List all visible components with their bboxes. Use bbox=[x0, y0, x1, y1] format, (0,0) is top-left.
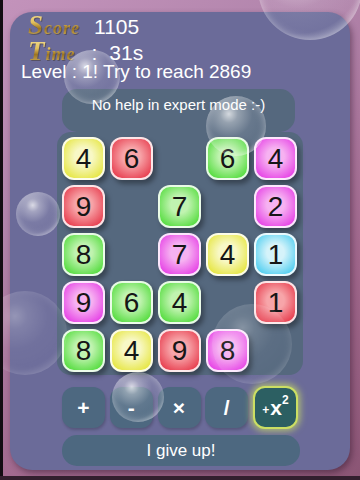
game-screen: Score 1105 Time : 31s Level : 1! Try to … bbox=[0, 0, 360, 480]
square-plus-sign: + bbox=[262, 403, 269, 417]
tile-green-4[interactable]: 4 bbox=[158, 281, 201, 324]
give-up-label: I give up! bbox=[147, 441, 216, 461]
multiply-operator-button[interactable]: × bbox=[158, 387, 201, 428]
tile-green-6[interactable]: 6 bbox=[110, 281, 153, 324]
tile-yellow-4[interactable]: 4 bbox=[206, 233, 249, 276]
tile-cyan-1[interactable]: 1 bbox=[254, 233, 297, 276]
divide-icon: / bbox=[224, 396, 230, 420]
plus-operator-button[interactable]: + bbox=[62, 387, 105, 428]
screen-bottom-edge bbox=[0, 476, 360, 480]
divide-operator-button[interactable]: / bbox=[205, 387, 248, 428]
multiply-icon: × bbox=[173, 396, 185, 420]
tile-green-8[interactable]: 8 bbox=[62, 233, 105, 276]
tile-green-8[interactable]: 8 bbox=[62, 329, 105, 372]
operator-row: + - × / +x2 bbox=[57, 385, 303, 430]
tile-red-9[interactable]: 9 bbox=[158, 329, 201, 372]
tile-magenta-2[interactable]: 2 bbox=[254, 185, 297, 228]
minus-icon: - bbox=[128, 396, 135, 420]
tile-red-9[interactable]: 9 bbox=[62, 185, 105, 228]
plus-icon: + bbox=[77, 396, 89, 420]
tile-magenta-4[interactable]: 4 bbox=[254, 137, 297, 180]
tile-magenta-9[interactable]: 9 bbox=[62, 281, 105, 324]
tile-magenta-8[interactable]: 8 bbox=[206, 329, 249, 372]
square-base: x bbox=[270, 396, 282, 420]
tile-green-7[interactable]: 7 bbox=[158, 185, 201, 228]
give-up-button[interactable]: I give up! bbox=[62, 435, 300, 466]
tile-board: 4664972874196418498 bbox=[57, 132, 303, 375]
tile-magenta-7[interactable]: 7 bbox=[158, 233, 201, 276]
tile-yellow-4[interactable]: 4 bbox=[110, 329, 153, 372]
tile-red-6[interactable]: 6 bbox=[110, 137, 153, 180]
level-text: Level : 1! Try to reach 2869 bbox=[21, 61, 251, 83]
tile-green-6[interactable]: 6 bbox=[206, 137, 249, 180]
help-message-box: No help in expert mode :-) bbox=[62, 89, 295, 132]
screen-left-edge bbox=[0, 0, 3, 480]
square-exponent: 2 bbox=[282, 393, 289, 407]
tile-red-1[interactable]: 1 bbox=[254, 281, 297, 324]
minus-operator-button[interactable]: - bbox=[110, 387, 153, 428]
tile-yellow-4[interactable]: 4 bbox=[62, 137, 105, 180]
square-operator-button[interactable]: +x2 bbox=[253, 386, 298, 429]
help-message-text: No help in expert mode :-) bbox=[92, 96, 265, 113]
